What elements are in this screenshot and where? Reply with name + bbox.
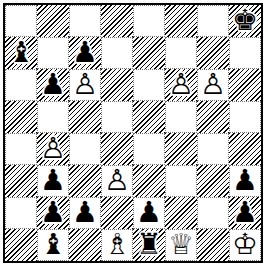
square-d2[interactable] — [101, 197, 133, 229]
square-a2[interactable] — [5, 197, 37, 229]
square-b2[interactable]: ♟ — [37, 197, 69, 229]
black-pawn-icon: ♟ — [69, 197, 101, 229]
square-g5[interactable] — [197, 101, 229, 133]
square-e3[interactable] — [133, 165, 165, 197]
white-pawn-outline-icon: ♙ — [197, 69, 229, 101]
square-d8[interactable] — [101, 5, 133, 37]
square-h7[interactable] — [229, 37, 261, 69]
square-c5[interactable] — [69, 101, 101, 133]
white-queen-outline-icon: ♕ — [165, 229, 197, 261]
square-g8[interactable] — [197, 5, 229, 37]
square-h6[interactable] — [229, 69, 261, 101]
chess-diagram-page: ♚♝♟♟♟♙♟♙♟♙♟♙♟♟♙♟♟♟♟♟♝♝♗♜♛♕♚♔ — [0, 0, 268, 268]
chess-board: ♚♝♟♟♟♙♟♙♟♙♟♙♟♟♙♟♟♟♟♟♝♝♗♜♛♕♚♔ — [5, 5, 261, 261]
square-b6[interactable]: ♟ — [37, 69, 69, 101]
square-f5[interactable] — [165, 101, 197, 133]
square-g1[interactable] — [197, 229, 229, 261]
piece-white-pawn: ♟♙ — [165, 69, 197, 101]
piece-white-pawn: ♟♙ — [69, 69, 101, 101]
square-g7[interactable] — [197, 37, 229, 69]
black-pawn-icon: ♟ — [229, 197, 261, 229]
piece-black-bishop: ♝ — [5, 37, 37, 69]
square-d3[interactable]: ♟♙ — [101, 165, 133, 197]
piece-black-rook: ♜ — [133, 229, 165, 261]
white-pawn-outline-icon: ♙ — [165, 69, 197, 101]
black-rook-icon: ♜ — [133, 229, 165, 261]
square-h4[interactable] — [229, 133, 261, 165]
white-king-outline-icon: ♔ — [229, 229, 261, 261]
square-c7[interactable]: ♟ — [69, 37, 101, 69]
square-e6[interactable] — [133, 69, 165, 101]
square-d7[interactable] — [101, 37, 133, 69]
square-e2[interactable]: ♟ — [133, 197, 165, 229]
piece-white-queen: ♛♕ — [165, 229, 197, 261]
square-g2[interactable] — [197, 197, 229, 229]
square-c1[interactable] — [69, 229, 101, 261]
piece-black-pawn: ♟ — [37, 165, 69, 197]
piece-white-bishop: ♝♗ — [101, 229, 133, 261]
black-pawn-icon: ♟ — [37, 69, 69, 101]
square-e1[interactable]: ♜ — [133, 229, 165, 261]
square-f6[interactable]: ♟♙ — [165, 69, 197, 101]
piece-white-king: ♚♔ — [229, 229, 261, 261]
square-c3[interactable] — [69, 165, 101, 197]
square-b1[interactable]: ♝ — [37, 229, 69, 261]
piece-black-pawn: ♟ — [37, 69, 69, 101]
square-f7[interactable] — [165, 37, 197, 69]
piece-white-pawn: ♟♙ — [37, 133, 69, 165]
piece-black-king: ♚ — [229, 5, 261, 37]
square-c2[interactable]: ♟ — [69, 197, 101, 229]
square-h8[interactable]: ♚ — [229, 5, 261, 37]
square-b8[interactable] — [37, 5, 69, 37]
square-b3[interactable]: ♟ — [37, 165, 69, 197]
square-e7[interactable] — [133, 37, 165, 69]
square-f3[interactable] — [165, 165, 197, 197]
piece-white-pawn: ♟♙ — [101, 165, 133, 197]
square-g3[interactable] — [197, 165, 229, 197]
black-pawn-icon: ♟ — [69, 37, 101, 69]
black-pawn-icon: ♟ — [133, 197, 165, 229]
square-d6[interactable] — [101, 69, 133, 101]
square-a7[interactable]: ♝ — [5, 37, 37, 69]
square-a5[interactable] — [5, 101, 37, 133]
black-pawn-icon: ♟ — [37, 197, 69, 229]
black-king-icon: ♚ — [229, 5, 261, 37]
white-pawn-outline-icon: ♙ — [37, 133, 69, 165]
black-bishop-icon: ♝ — [37, 229, 69, 261]
square-e4[interactable] — [133, 133, 165, 165]
square-f1[interactable]: ♛♕ — [165, 229, 197, 261]
white-pawn-outline-icon: ♙ — [69, 69, 101, 101]
square-c8[interactable] — [69, 5, 101, 37]
white-pawn-outline-icon: ♙ — [101, 165, 133, 197]
white-bishop-outline-icon: ♗ — [101, 229, 133, 261]
square-b4[interactable]: ♟♙ — [37, 133, 69, 165]
piece-black-pawn: ♟ — [229, 165, 261, 197]
square-b5[interactable] — [37, 101, 69, 133]
square-a8[interactable] — [5, 5, 37, 37]
square-h1[interactable]: ♚♔ — [229, 229, 261, 261]
square-b7[interactable] — [37, 37, 69, 69]
black-pawn-icon: ♟ — [37, 165, 69, 197]
square-d5[interactable] — [101, 101, 133, 133]
piece-white-pawn: ♟♙ — [197, 69, 229, 101]
square-e5[interactable] — [133, 101, 165, 133]
black-bishop-icon: ♝ — [5, 37, 37, 69]
square-h5[interactable] — [229, 101, 261, 133]
square-c6[interactable]: ♟♙ — [69, 69, 101, 101]
board-frame: ♚♝♟♟♟♙♟♙♟♙♟♙♟♟♙♟♟♟♟♟♝♝♗♜♛♕♚♔ — [3, 3, 263, 263]
square-f8[interactable] — [165, 5, 197, 37]
square-a1[interactable] — [5, 229, 37, 261]
square-g6[interactable]: ♟♙ — [197, 69, 229, 101]
piece-black-pawn: ♟ — [37, 197, 69, 229]
square-d1[interactable]: ♝♗ — [101, 229, 133, 261]
piece-black-pawn: ♟ — [69, 197, 101, 229]
piece-black-pawn: ♟ — [69, 37, 101, 69]
black-pawn-icon: ♟ — [229, 165, 261, 197]
piece-black-pawn: ♟ — [229, 197, 261, 229]
square-a4[interactable] — [5, 133, 37, 165]
square-h2[interactable]: ♟ — [229, 197, 261, 229]
square-a6[interactable] — [5, 69, 37, 101]
square-a3[interactable] — [5, 165, 37, 197]
square-c4[interactable] — [69, 133, 101, 165]
square-f4[interactable] — [165, 133, 197, 165]
square-f2[interactable] — [165, 197, 197, 229]
square-d4[interactable] — [101, 133, 133, 165]
square-e8[interactable] — [133, 5, 165, 37]
piece-black-bishop: ♝ — [37, 229, 69, 261]
square-g4[interactable] — [197, 133, 229, 165]
square-h3[interactable]: ♟ — [229, 165, 261, 197]
piece-black-pawn: ♟ — [133, 197, 165, 229]
